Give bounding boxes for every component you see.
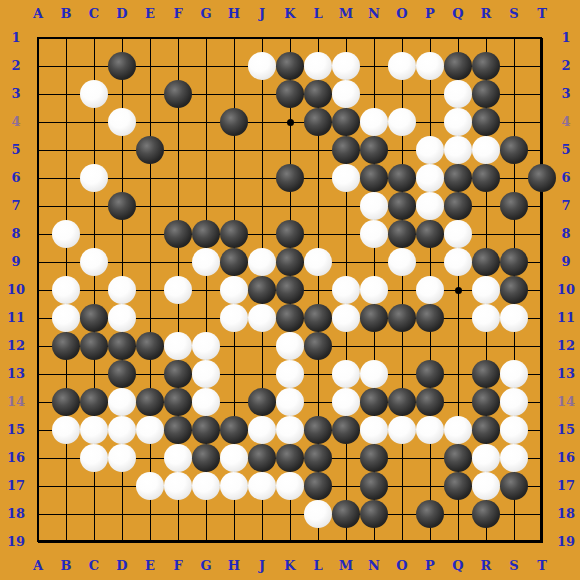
intersection-S8[interactable] — [500, 220, 528, 248]
intersection-E3[interactable] — [136, 80, 164, 108]
intersection-J11[interactable] — [248, 304, 276, 332]
intersection-G6[interactable] — [192, 164, 220, 192]
intersection-G4[interactable] — [192, 108, 220, 136]
intersection-K4[interactable] — [276, 108, 304, 136]
intersection-K5[interactable] — [276, 136, 304, 164]
intersection-J18[interactable] — [248, 500, 276, 528]
intersection-Q16[interactable] — [444, 444, 472, 472]
intersection-N4[interactable] — [360, 108, 388, 136]
intersection-M10[interactable] — [332, 276, 360, 304]
intersection-P19[interactable] — [416, 528, 444, 556]
intersection-M6[interactable] — [332, 164, 360, 192]
intersection-E5[interactable] — [136, 136, 164, 164]
intersection-G11[interactable] — [192, 304, 220, 332]
intersection-S9[interactable] — [500, 248, 528, 276]
intersection-D1[interactable] — [108, 24, 136, 52]
intersection-H7[interactable] — [220, 192, 248, 220]
intersection-Q6[interactable] — [444, 164, 472, 192]
intersection-L4[interactable] — [304, 108, 332, 136]
intersection-D9[interactable] — [108, 248, 136, 276]
intersection-S14[interactable] — [500, 388, 528, 416]
intersection-K6[interactable] — [276, 164, 304, 192]
intersection-S7[interactable] — [500, 192, 528, 220]
intersection-P10[interactable] — [416, 276, 444, 304]
intersection-C15[interactable] — [80, 416, 108, 444]
intersection-H17[interactable] — [220, 472, 248, 500]
intersection-L2[interactable] — [304, 52, 332, 80]
intersection-J5[interactable] — [248, 136, 276, 164]
intersection-G3[interactable] — [192, 80, 220, 108]
intersection-R15[interactable] — [472, 416, 500, 444]
intersection-S16[interactable] — [500, 444, 528, 472]
intersection-F12[interactable] — [164, 332, 192, 360]
intersection-H3[interactable] — [220, 80, 248, 108]
intersection-L14[interactable] — [304, 388, 332, 416]
intersection-M15[interactable] — [332, 416, 360, 444]
intersection-F19[interactable] — [164, 528, 192, 556]
intersection-M5[interactable] — [332, 136, 360, 164]
intersection-N1[interactable] — [360, 24, 388, 52]
intersection-C14[interactable] — [80, 388, 108, 416]
intersection-R12[interactable] — [472, 332, 500, 360]
intersection-K16[interactable] — [276, 444, 304, 472]
intersection-E1[interactable] — [136, 24, 164, 52]
intersection-G14[interactable] — [192, 388, 220, 416]
intersection-Q19[interactable] — [444, 528, 472, 556]
intersection-C11[interactable] — [80, 304, 108, 332]
intersection-K1[interactable] — [276, 24, 304, 52]
intersection-H18[interactable] — [220, 500, 248, 528]
intersection-P18[interactable] — [416, 500, 444, 528]
intersection-B8[interactable] — [52, 220, 80, 248]
intersection-O1[interactable] — [388, 24, 416, 52]
intersection-G18[interactable] — [192, 500, 220, 528]
intersection-N13[interactable] — [360, 360, 388, 388]
intersection-R8[interactable] — [472, 220, 500, 248]
intersection-B10[interactable] — [52, 276, 80, 304]
intersection-D8[interactable] — [108, 220, 136, 248]
intersection-R14[interactable] — [472, 388, 500, 416]
intersection-B6[interactable] — [52, 164, 80, 192]
intersection-K3[interactable] — [276, 80, 304, 108]
intersection-J14[interactable] — [248, 388, 276, 416]
intersection-C9[interactable] — [80, 248, 108, 276]
intersection-N8[interactable] — [360, 220, 388, 248]
intersection-Q3[interactable] — [444, 80, 472, 108]
intersection-B13[interactable] — [52, 360, 80, 388]
intersection-G13[interactable] — [192, 360, 220, 388]
intersection-G5[interactable] — [192, 136, 220, 164]
intersection-R19[interactable] — [472, 528, 500, 556]
intersection-B5[interactable] — [52, 136, 80, 164]
intersection-R18[interactable] — [472, 500, 500, 528]
intersection-G1[interactable] — [192, 24, 220, 52]
intersection-O6[interactable] — [388, 164, 416, 192]
intersection-D14[interactable] — [108, 388, 136, 416]
intersection-B18[interactable] — [52, 500, 80, 528]
intersection-D5[interactable] — [108, 136, 136, 164]
intersection-E11[interactable] — [136, 304, 164, 332]
intersection-O18[interactable] — [388, 500, 416, 528]
intersection-D11[interactable] — [108, 304, 136, 332]
intersection-S17[interactable] — [500, 472, 528, 500]
intersection-M19[interactable] — [332, 528, 360, 556]
intersection-H16[interactable] — [220, 444, 248, 472]
intersection-P6[interactable] — [416, 164, 444, 192]
intersection-B14[interactable] — [52, 388, 80, 416]
intersection-S18[interactable] — [500, 500, 528, 528]
intersection-J7[interactable] — [248, 192, 276, 220]
intersection-C8[interactable] — [80, 220, 108, 248]
intersection-F5[interactable] — [164, 136, 192, 164]
intersection-B12[interactable] — [52, 332, 80, 360]
intersection-O3[interactable] — [388, 80, 416, 108]
intersection-O7[interactable] — [388, 192, 416, 220]
intersection-M14[interactable] — [332, 388, 360, 416]
intersection-L12[interactable] — [304, 332, 332, 360]
intersection-Q10[interactable] — [444, 276, 472, 304]
intersection-S2[interactable] — [500, 52, 528, 80]
intersection-C6[interactable] — [80, 164, 108, 192]
intersection-G17[interactable] — [192, 472, 220, 500]
intersection-J12[interactable] — [248, 332, 276, 360]
intersection-F8[interactable] — [164, 220, 192, 248]
intersection-L11[interactable] — [304, 304, 332, 332]
intersection-J10[interactable] — [248, 276, 276, 304]
intersection-J6[interactable] — [248, 164, 276, 192]
intersection-O2[interactable] — [388, 52, 416, 80]
intersection-F7[interactable] — [164, 192, 192, 220]
intersection-F10[interactable] — [164, 276, 192, 304]
intersection-H8[interactable] — [220, 220, 248, 248]
intersection-L15[interactable] — [304, 416, 332, 444]
intersection-G2[interactable] — [192, 52, 220, 80]
intersection-B3[interactable] — [52, 80, 80, 108]
intersection-F15[interactable] — [164, 416, 192, 444]
intersection-N7[interactable] — [360, 192, 388, 220]
intersection-H9[interactable] — [220, 248, 248, 276]
intersection-K11[interactable] — [276, 304, 304, 332]
intersection-H14[interactable] — [220, 388, 248, 416]
intersection-P12[interactable] — [416, 332, 444, 360]
intersection-R13[interactable] — [472, 360, 500, 388]
intersection-O13[interactable] — [388, 360, 416, 388]
intersection-G10[interactable] — [192, 276, 220, 304]
intersection-P11[interactable] — [416, 304, 444, 332]
intersection-M9[interactable] — [332, 248, 360, 276]
intersection-H6[interactable] — [220, 164, 248, 192]
intersection-O8[interactable] — [388, 220, 416, 248]
intersection-Q2[interactable] — [444, 52, 472, 80]
intersection-S3[interactable] — [500, 80, 528, 108]
intersection-S4[interactable] — [500, 108, 528, 136]
intersection-E14[interactable] — [136, 388, 164, 416]
intersection-N10[interactable] — [360, 276, 388, 304]
intersection-N17[interactable] — [360, 472, 388, 500]
intersection-P3[interactable] — [416, 80, 444, 108]
intersection-F17[interactable] — [164, 472, 192, 500]
intersection-S15[interactable] — [500, 416, 528, 444]
intersection-R11[interactable] — [472, 304, 500, 332]
intersection-N16[interactable] — [360, 444, 388, 472]
intersection-H2[interactable] — [220, 52, 248, 80]
intersection-E12[interactable] — [136, 332, 164, 360]
intersection-B15[interactable] — [52, 416, 80, 444]
intersection-J19[interactable] — [248, 528, 276, 556]
intersection-C19[interactable] — [80, 528, 108, 556]
intersection-B17[interactable] — [52, 472, 80, 500]
intersection-C13[interactable] — [80, 360, 108, 388]
intersection-B7[interactable] — [52, 192, 80, 220]
intersection-D3[interactable] — [108, 80, 136, 108]
intersection-B4[interactable] — [52, 108, 80, 136]
intersection-J16[interactable] — [248, 444, 276, 472]
intersection-O15[interactable] — [388, 416, 416, 444]
intersection-D7[interactable] — [108, 192, 136, 220]
intersection-B19[interactable] — [52, 528, 80, 556]
intersection-P9[interactable] — [416, 248, 444, 276]
intersection-Q13[interactable] — [444, 360, 472, 388]
intersection-D15[interactable] — [108, 416, 136, 444]
intersection-C7[interactable] — [80, 192, 108, 220]
intersection-J13[interactable] — [248, 360, 276, 388]
intersection-E9[interactable] — [136, 248, 164, 276]
intersection-N19[interactable] — [360, 528, 388, 556]
intersection-F2[interactable] — [164, 52, 192, 80]
intersection-O16[interactable] — [388, 444, 416, 472]
intersection-D19[interactable] — [108, 528, 136, 556]
intersection-S19[interactable] — [500, 528, 528, 556]
intersection-F16[interactable] — [164, 444, 192, 472]
intersection-S12[interactable] — [500, 332, 528, 360]
intersection-K19[interactable] — [276, 528, 304, 556]
intersection-C3[interactable] — [80, 80, 108, 108]
intersection-E18[interactable] — [136, 500, 164, 528]
intersection-P5[interactable] — [416, 136, 444, 164]
intersection-L3[interactable] — [304, 80, 332, 108]
intersection-O10[interactable] — [388, 276, 416, 304]
intersection-E8[interactable] — [136, 220, 164, 248]
intersection-P4[interactable] — [416, 108, 444, 136]
intersection-E6[interactable] — [136, 164, 164, 192]
intersection-J2[interactable] — [248, 52, 276, 80]
intersection-L7[interactable] — [304, 192, 332, 220]
intersection-E4[interactable] — [136, 108, 164, 136]
intersection-P14[interactable] — [416, 388, 444, 416]
intersection-K15[interactable] — [276, 416, 304, 444]
intersection-N5[interactable] — [360, 136, 388, 164]
intersection-D2[interactable] — [108, 52, 136, 80]
intersection-H19[interactable] — [220, 528, 248, 556]
intersection-M18[interactable] — [332, 500, 360, 528]
intersection-Q11[interactable] — [444, 304, 472, 332]
intersection-B11[interactable] — [52, 304, 80, 332]
intersection-P7[interactable] — [416, 192, 444, 220]
intersection-L10[interactable] — [304, 276, 332, 304]
intersection-E10[interactable] — [136, 276, 164, 304]
intersection-M12[interactable] — [332, 332, 360, 360]
intersection-K14[interactable] — [276, 388, 304, 416]
intersection-S10[interactable] — [500, 276, 528, 304]
intersection-M11[interactable] — [332, 304, 360, 332]
intersection-H11[interactable] — [220, 304, 248, 332]
intersection-M1[interactable] — [332, 24, 360, 52]
intersection-N2[interactable] — [360, 52, 388, 80]
intersection-M2[interactable] — [332, 52, 360, 80]
intersection-P2[interactable] — [416, 52, 444, 80]
intersection-L16[interactable] — [304, 444, 332, 472]
intersection-C10[interactable] — [80, 276, 108, 304]
intersection-K10[interactable] — [276, 276, 304, 304]
intersection-C17[interactable] — [80, 472, 108, 500]
intersection-D12[interactable] — [108, 332, 136, 360]
intersection-D6[interactable] — [108, 164, 136, 192]
intersection-L8[interactable] — [304, 220, 332, 248]
intersection-D13[interactable] — [108, 360, 136, 388]
intersection-O4[interactable] — [388, 108, 416, 136]
intersection-P15[interactable] — [416, 416, 444, 444]
intersection-E16[interactable] — [136, 444, 164, 472]
intersection-O17[interactable] — [388, 472, 416, 500]
intersection-Q9[interactable] — [444, 248, 472, 276]
intersection-N6[interactable] — [360, 164, 388, 192]
intersection-F9[interactable] — [164, 248, 192, 276]
intersection-R3[interactable] — [472, 80, 500, 108]
intersection-J15[interactable] — [248, 416, 276, 444]
intersection-F14[interactable] — [164, 388, 192, 416]
intersection-O11[interactable] — [388, 304, 416, 332]
intersection-O19[interactable] — [388, 528, 416, 556]
intersection-F11[interactable] — [164, 304, 192, 332]
intersection-Q7[interactable] — [444, 192, 472, 220]
intersection-Q17[interactable] — [444, 472, 472, 500]
intersection-N11[interactable] — [360, 304, 388, 332]
intersection-K18[interactable] — [276, 500, 304, 528]
intersection-B9[interactable] — [52, 248, 80, 276]
intersection-L1[interactable] — [304, 24, 332, 52]
intersection-E17[interactable] — [136, 472, 164, 500]
intersection-M4[interactable] — [332, 108, 360, 136]
intersection-D10[interactable] — [108, 276, 136, 304]
intersection-M7[interactable] — [332, 192, 360, 220]
intersection-C12[interactable] — [80, 332, 108, 360]
intersection-K9[interactable] — [276, 248, 304, 276]
intersection-L13[interactable] — [304, 360, 332, 388]
intersection-K12[interactable] — [276, 332, 304, 360]
intersection-B16[interactable] — [52, 444, 80, 472]
intersection-C1[interactable] — [80, 24, 108, 52]
intersection-C18[interactable] — [80, 500, 108, 528]
intersection-K7[interactable] — [276, 192, 304, 220]
intersection-F18[interactable] — [164, 500, 192, 528]
intersection-C2[interactable] — [80, 52, 108, 80]
intersection-E13[interactable] — [136, 360, 164, 388]
intersection-R6[interactable] — [472, 164, 500, 192]
intersection-E7[interactable] — [136, 192, 164, 220]
intersection-Q15[interactable] — [444, 416, 472, 444]
intersection-G16[interactable] — [192, 444, 220, 472]
intersection-M16[interactable] — [332, 444, 360, 472]
intersection-R10[interactable] — [472, 276, 500, 304]
intersection-D16[interactable] — [108, 444, 136, 472]
intersection-P17[interactable] — [416, 472, 444, 500]
intersection-N9[interactable] — [360, 248, 388, 276]
intersection-P13[interactable] — [416, 360, 444, 388]
intersection-N3[interactable] — [360, 80, 388, 108]
intersection-G15[interactable] — [192, 416, 220, 444]
intersection-P8[interactable] — [416, 220, 444, 248]
intersection-R9[interactable] — [472, 248, 500, 276]
intersection-R2[interactable] — [472, 52, 500, 80]
intersection-R4[interactable] — [472, 108, 500, 136]
intersection-M13[interactable] — [332, 360, 360, 388]
intersection-H12[interactable] — [220, 332, 248, 360]
intersection-J9[interactable] — [248, 248, 276, 276]
intersection-B2[interactable] — [52, 52, 80, 80]
intersection-J4[interactable] — [248, 108, 276, 136]
intersection-R1[interactable] — [472, 24, 500, 52]
intersection-R5[interactable] — [472, 136, 500, 164]
intersection-L9[interactable] — [304, 248, 332, 276]
intersection-D17[interactable] — [108, 472, 136, 500]
intersection-O5[interactable] — [388, 136, 416, 164]
intersection-K2[interactable] — [276, 52, 304, 80]
intersection-L6[interactable] — [304, 164, 332, 192]
intersection-J17[interactable] — [248, 472, 276, 500]
intersection-L5[interactable] — [304, 136, 332, 164]
intersection-F13[interactable] — [164, 360, 192, 388]
intersection-B1[interactable] — [52, 24, 80, 52]
intersection-N15[interactable] — [360, 416, 388, 444]
intersection-S6[interactable] — [500, 164, 528, 192]
intersection-K17[interactable] — [276, 472, 304, 500]
intersection-E2[interactable] — [136, 52, 164, 80]
intersection-M3[interactable] — [332, 80, 360, 108]
intersection-S1[interactable] — [500, 24, 528, 52]
intersection-Q1[interactable] — [444, 24, 472, 52]
intersection-K13[interactable] — [276, 360, 304, 388]
intersection-L19[interactable] — [304, 528, 332, 556]
intersection-Q12[interactable] — [444, 332, 472, 360]
intersection-J1[interactable] — [248, 24, 276, 52]
intersection-P1[interactable] — [416, 24, 444, 52]
intersection-G19[interactable] — [192, 528, 220, 556]
intersection-Q14[interactable] — [444, 388, 472, 416]
intersection-Q4[interactable] — [444, 108, 472, 136]
intersection-L18[interactable] — [304, 500, 332, 528]
intersection-R7[interactable] — [472, 192, 500, 220]
intersection-S5[interactable] — [500, 136, 528, 164]
intersection-S13[interactable] — [500, 360, 528, 388]
intersection-P16[interactable] — [416, 444, 444, 472]
intersection-G8[interactable] — [192, 220, 220, 248]
intersection-F1[interactable] — [164, 24, 192, 52]
intersection-O12[interactable] — [388, 332, 416, 360]
intersection-G7[interactable] — [192, 192, 220, 220]
intersection-H4[interactable] — [220, 108, 248, 136]
intersection-O9[interactable] — [388, 248, 416, 276]
intersection-H5[interactable] — [220, 136, 248, 164]
intersection-O14[interactable] — [388, 388, 416, 416]
intersection-J8[interactable] — [248, 220, 276, 248]
intersection-H15[interactable] — [220, 416, 248, 444]
intersection-N12[interactable] — [360, 332, 388, 360]
intersection-Q5[interactable] — [444, 136, 472, 164]
intersection-M17[interactable] — [332, 472, 360, 500]
intersection-D18[interactable] — [108, 500, 136, 528]
intersection-R17[interactable] — [472, 472, 500, 500]
intersection-J3[interactable] — [248, 80, 276, 108]
